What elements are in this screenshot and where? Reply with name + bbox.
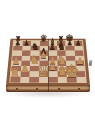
board-square-g1 — [67, 77, 77, 83]
board-square-e1 — [48, 77, 57, 83]
chess-set-product-photo: ♜♛♜♚♟♟♝♟♟♟♞♟♞♟♟♟♞♟♞♟♟♝♟♟♜♛♜♚ — [0, 0, 95, 126]
stud-icon — [16, 88, 18, 90]
front-fold-seam — [48, 85, 49, 92]
board-square-c1 — [29, 77, 39, 83]
board-square-f1 — [57, 77, 67, 83]
stud-icon — [36, 88, 38, 90]
board-square-h1 — [76, 77, 86, 83]
board-front-edge — [6, 85, 90, 92]
board-square-a1 — [10, 77, 20, 83]
latch-icon — [89, 60, 93, 66]
chess-board — [6, 39, 90, 85]
fold-seam — [48, 39, 49, 85]
board-square-b1 — [20, 77, 30, 83]
stud-icon — [58, 88, 60, 90]
stud-icon — [78, 88, 80, 90]
